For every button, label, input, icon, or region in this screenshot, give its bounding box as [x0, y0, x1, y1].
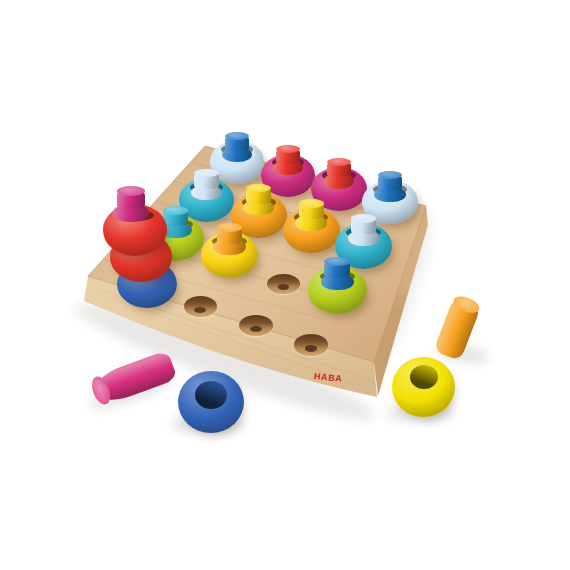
cell-group-r2c3	[0, 0, 570, 570]
peg-cap	[324, 257, 350, 266]
pieces-layer	[0, 0, 570, 570]
peg-blue-r2c3[interactable]	[321, 257, 354, 290]
loose-ring-hole	[195, 381, 227, 409]
loose-ring-lemon[interactable]	[392, 357, 455, 417]
pegboard-scene: HABA	[0, 0, 570, 570]
loose-ring-royal_blue[interactable]	[178, 371, 244, 433]
loose-ring-hole	[410, 365, 438, 389]
